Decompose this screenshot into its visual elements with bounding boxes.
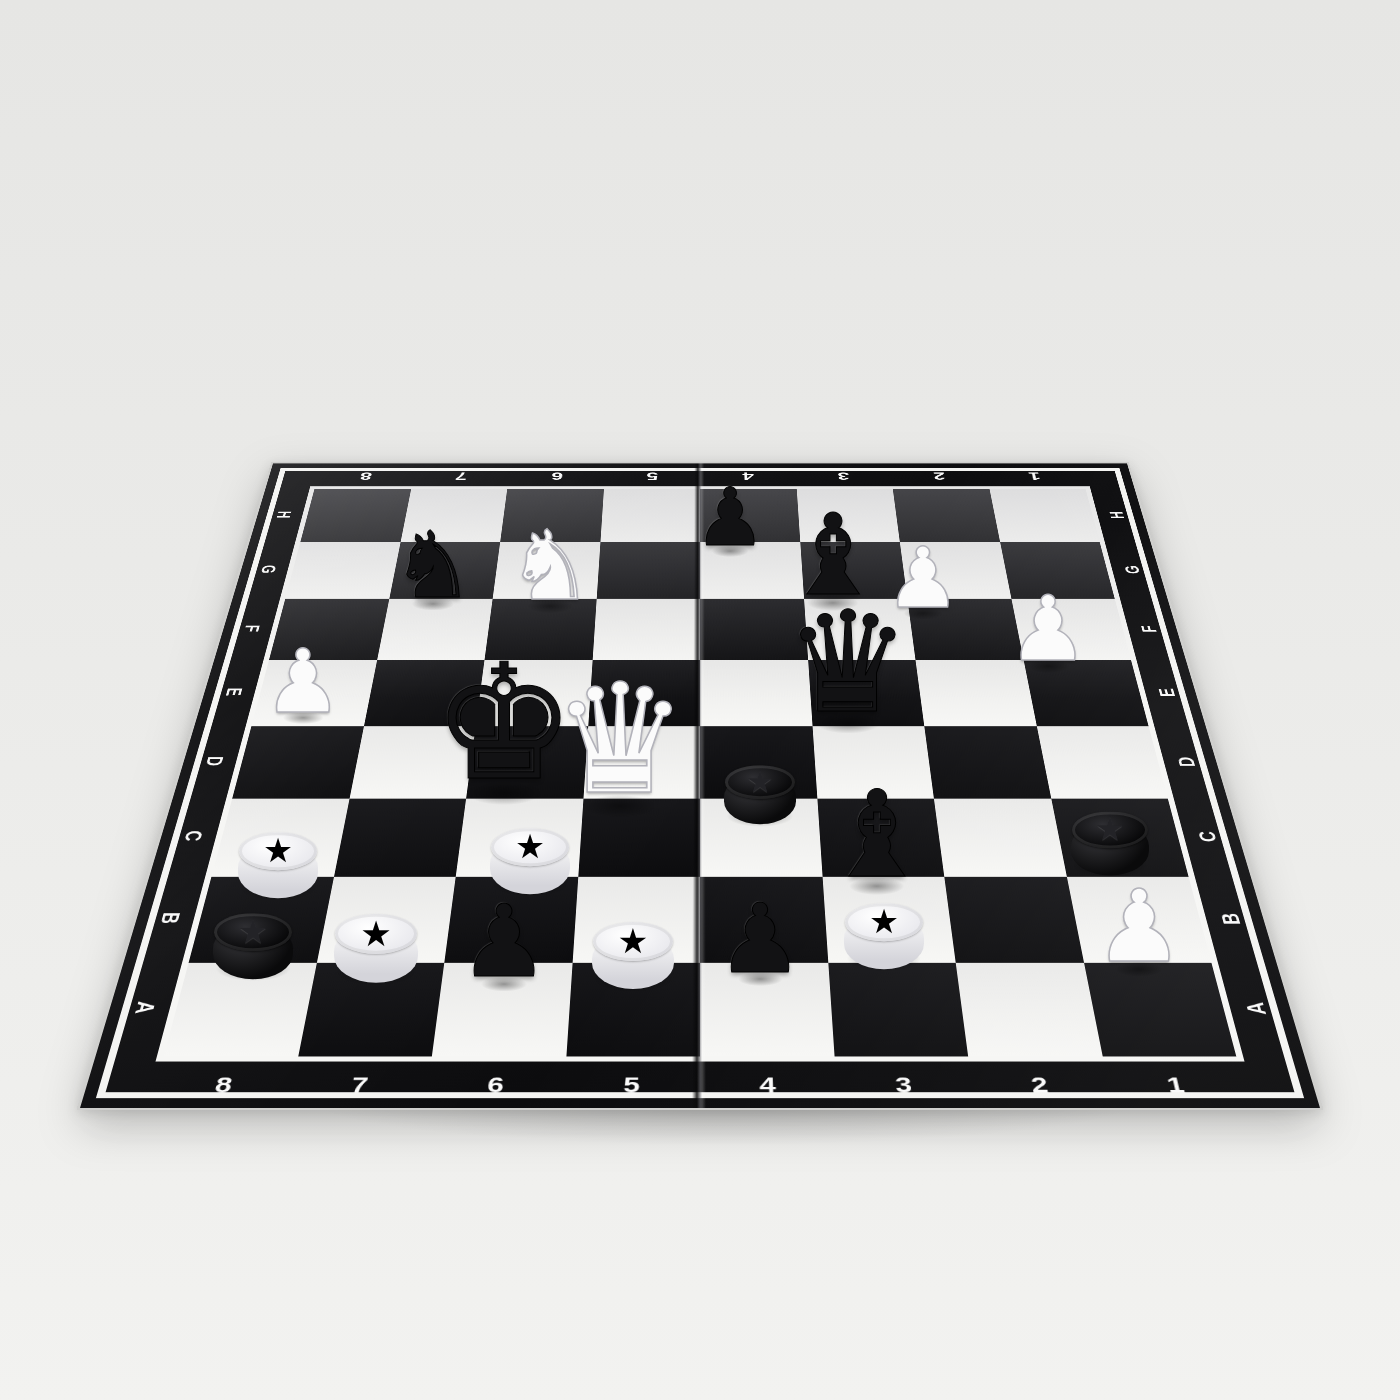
- square-h5[interactable]: [600, 489, 700, 542]
- coord-far-3: 3: [827, 470, 859, 482]
- square-g8[interactable]: [285, 542, 400, 599]
- coord-far-1: 1: [1018, 470, 1051, 482]
- checker-white-b8[interactable]: ★: [238, 832, 318, 898]
- coord-left-A: A: [125, 993, 163, 1023]
- coord-right-H: H: [1103, 506, 1130, 523]
- checker-star-emboss: ★: [618, 924, 649, 958]
- coord-right-D: D: [1170, 750, 1202, 773]
- coord-left-F: F: [236, 619, 265, 639]
- square-h1[interactable]: [989, 489, 1099, 542]
- coord-left-E: E: [218, 682, 249, 703]
- coord-near-5: 5: [610, 1072, 654, 1097]
- checker-star-emboss: ★: [869, 905, 899, 939]
- square-d1[interactable]: [1036, 726, 1167, 798]
- checker-star-emboss: ★: [360, 916, 392, 951]
- checker-star-emboss: ★: [746, 767, 773, 797]
- product-photo-backdrop: { "game": "chess", "scene_description": …: [0, 0, 1400, 1400]
- coord-left-H: H: [270, 506, 297, 523]
- playing-field: [156, 486, 1245, 1061]
- coord-left-D: D: [198, 750, 230, 773]
- coord-left-C: C: [175, 824, 209, 849]
- square-a3[interactable]: [828, 962, 968, 1056]
- coord-near-8: 8: [199, 1072, 248, 1097]
- piece-black-bishop-b3[interactable]: ♝: [823, 775, 931, 895]
- checker-black-b1[interactable]: ★: [1071, 811, 1149, 875]
- piece-white-pawn-d8[interactable]: ♟: [264, 638, 343, 726]
- coord-far-8: 8: [349, 470, 382, 482]
- square-c2[interactable]: [934, 798, 1067, 876]
- coord-near-3: 3: [881, 1072, 927, 1097]
- checker-star-emboss: ★: [238, 915, 268, 949]
- coord-far-2: 2: [923, 470, 956, 482]
- piece-white-pawn-e1[interactable]: ♟: [1008, 584, 1089, 674]
- coord-right-C: C: [1191, 824, 1225, 849]
- checker-white-a7[interactable]: ★: [334, 914, 418, 983]
- coord-right-E: E: [1151, 682, 1182, 703]
- checker-black-c4[interactable]: ★: [724, 765, 796, 824]
- coord-right-G: G: [1118, 560, 1146, 578]
- square-a2[interactable]: [956, 962, 1103, 1056]
- coord-near-1: 1: [1151, 1072, 1200, 1097]
- coord-near-2: 2: [1016, 1072, 1064, 1097]
- coord-far-7: 7: [445, 470, 478, 482]
- piece-black-pawn-a4[interactable]: ♟: [717, 891, 803, 987]
- coord-right-B: B: [1213, 905, 1249, 932]
- square-d2[interactable]: [924, 726, 1050, 798]
- square-d8[interactable]: [232, 726, 363, 798]
- coord-far-5: 5: [637, 470, 668, 482]
- coord-near-6: 6: [473, 1072, 519, 1097]
- checker-star-emboss: ★: [263, 834, 293, 868]
- coord-left-B: B: [151, 905, 187, 932]
- piece-black-pawn-a6[interactable]: ♟: [459, 892, 549, 992]
- piece-black-knight-f7[interactable]: ♞: [392, 520, 474, 612]
- coord-far-6: 6: [541, 470, 573, 482]
- coord-near-4: 4: [746, 1072, 790, 1097]
- square-g5[interactable]: [596, 542, 700, 599]
- checker-star-emboss: ★: [1095, 814, 1124, 847]
- coord-right-A: A: [1237, 993, 1275, 1023]
- checker-white-a3[interactable]: ★: [844, 903, 924, 969]
- checker-star-emboss: ★: [515, 830, 545, 864]
- coord-near-7: 7: [336, 1072, 384, 1097]
- piece-white-queen-c5[interactable]: ♛: [552, 664, 688, 816]
- piece-white-knight-f6[interactable]: ♞: [507, 518, 593, 614]
- square-b2[interactable]: [944, 877, 1083, 963]
- checker-black-a8[interactable]: ★: [213, 913, 293, 979]
- piece-white-pawn-a1[interactable]: ♟: [1094, 877, 1184, 977]
- coord-left-G: G: [254, 560, 282, 578]
- piece-black-queen-d3[interactable]: ♛: [785, 593, 911, 733]
- coord-right-F: F: [1134, 619, 1163, 639]
- piece-black-pawn-g4[interactable]: ♟: [694, 478, 766, 558]
- checker-white-a5[interactable]: ★: [592, 922, 674, 989]
